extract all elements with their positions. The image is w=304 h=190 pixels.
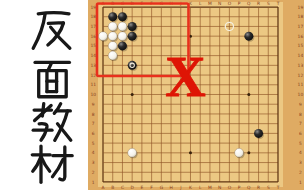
- svg-text:8: 8: [92, 112, 95, 117]
- svg-text:15: 15: [298, 43, 304, 48]
- svg-text:K: K: [189, 185, 192, 190]
- svg-text:S: S: [267, 1, 270, 6]
- calligraphy-char-jiao: [30, 99, 74, 144]
- svg-text:15: 15: [90, 43, 96, 48]
- svg-text:16: 16: [90, 34, 96, 39]
- svg-text:10: 10: [90, 92, 96, 97]
- svg-text:N: N: [218, 185, 221, 190]
- svg-text:8: 8: [299, 112, 302, 117]
- svg-text:N: N: [218, 1, 221, 6]
- svg-text:1: 1: [299, 180, 302, 185]
- svg-text:11: 11: [298, 82, 304, 87]
- svg-text:O: O: [228, 185, 232, 190]
- stone-black-q16: [244, 32, 253, 41]
- svg-text:18: 18: [90, 14, 96, 19]
- svg-text:14: 14: [298, 53, 304, 58]
- svg-text:P: P: [238, 185, 241, 190]
- svg-text:R: R: [257, 1, 260, 6]
- svg-text:5: 5: [299, 141, 302, 146]
- svg-text:7: 7: [299, 121, 302, 126]
- svg-text:9: 9: [92, 102, 95, 107]
- svg-text:E: E: [140, 185, 143, 190]
- svg-text:M: M: [208, 185, 212, 190]
- svg-text:R: R: [257, 185, 260, 190]
- svg-text:H: H: [169, 185, 172, 190]
- stone-black-d16: [128, 32, 137, 41]
- x-mark: X: [165, 46, 205, 108]
- caption-panel: 反面教材: [0, 0, 88, 190]
- screen: 反面教材: [0, 0, 304, 190]
- svg-text:6: 6: [299, 131, 302, 136]
- svg-text:T: T: [276, 1, 280, 6]
- stone-black-b18: [108, 12, 117, 21]
- stone-white-b14: [108, 51, 117, 60]
- svg-text:12: 12: [90, 73, 96, 78]
- calligraphy-char-cai: [30, 141, 74, 186]
- stone-white-d4: [128, 148, 137, 157]
- svg-text:17: 17: [298, 24, 304, 29]
- stone-black-c18: [118, 12, 127, 21]
- svg-text:G: G: [160, 185, 164, 190]
- svg-text:5: 5: [92, 141, 95, 146]
- stone-white-b15: [108, 41, 117, 50]
- svg-text:S: S: [267, 185, 270, 190]
- svg-text:C: C: [121, 185, 124, 190]
- stone-white-c16: [118, 32, 127, 41]
- svg-text:D: D: [130, 185, 134, 190]
- stone-black-c15: [118, 41, 127, 50]
- go-board-svg: AABBCCDDEEFFGGHHJJKKLLMMNNOOPPQQRRSSTT19…: [88, 0, 304, 190]
- svg-text:14: 14: [90, 53, 96, 58]
- stone-white-b17: [108, 22, 117, 31]
- svg-text:4: 4: [299, 150, 302, 155]
- svg-text:12: 12: [298, 73, 304, 78]
- svg-text:7: 7: [92, 121, 95, 126]
- stone-black-r6: [254, 129, 263, 138]
- svg-text:P: P: [238, 1, 241, 6]
- svg-text:6: 6: [92, 131, 95, 136]
- go-board: AABBCCDDEEFFGGHHJJKKLLMMNNOOPPQQRRSSTT19…: [88, 0, 304, 190]
- svg-text:Q: Q: [247, 185, 251, 190]
- svg-text:J: J: [179, 185, 181, 190]
- stone-white-c17: [118, 22, 127, 31]
- svg-text:T: T: [276, 185, 280, 190]
- svg-text:11: 11: [90, 82, 96, 87]
- stone-black-d13: [128, 61, 137, 70]
- svg-text:19: 19: [298, 5, 304, 10]
- stone-white-p4: [235, 148, 244, 157]
- svg-text:9: 9: [299, 102, 302, 107]
- svg-text:3: 3: [92, 160, 95, 165]
- svg-text:3: 3: [299, 160, 302, 165]
- svg-text:2: 2: [92, 170, 95, 175]
- calligraphy-char-mian: [30, 55, 74, 100]
- stone-black-d17: [128, 22, 137, 31]
- svg-text:13: 13: [90, 63, 96, 68]
- svg-text:A: A: [101, 185, 104, 190]
- svg-text:B: B: [111, 185, 114, 190]
- svg-text:16: 16: [298, 34, 304, 39]
- svg-text:17: 17: [90, 24, 96, 29]
- stone-white-b16: [108, 32, 117, 41]
- svg-text:O: O: [228, 1, 232, 6]
- stone-white-a16: [99, 32, 108, 41]
- svg-text:Q: Q: [247, 1, 251, 6]
- svg-text:2: 2: [299, 170, 302, 175]
- svg-text:M: M: [208, 1, 212, 6]
- svg-text:4: 4: [92, 150, 95, 155]
- svg-text:1: 1: [92, 180, 95, 185]
- svg-text:10: 10: [298, 92, 304, 97]
- calligraphy-char-fan: [30, 6, 74, 51]
- svg-text:18: 18: [298, 14, 304, 19]
- svg-text:19: 19: [90, 5, 96, 10]
- svg-text:13: 13: [298, 63, 304, 68]
